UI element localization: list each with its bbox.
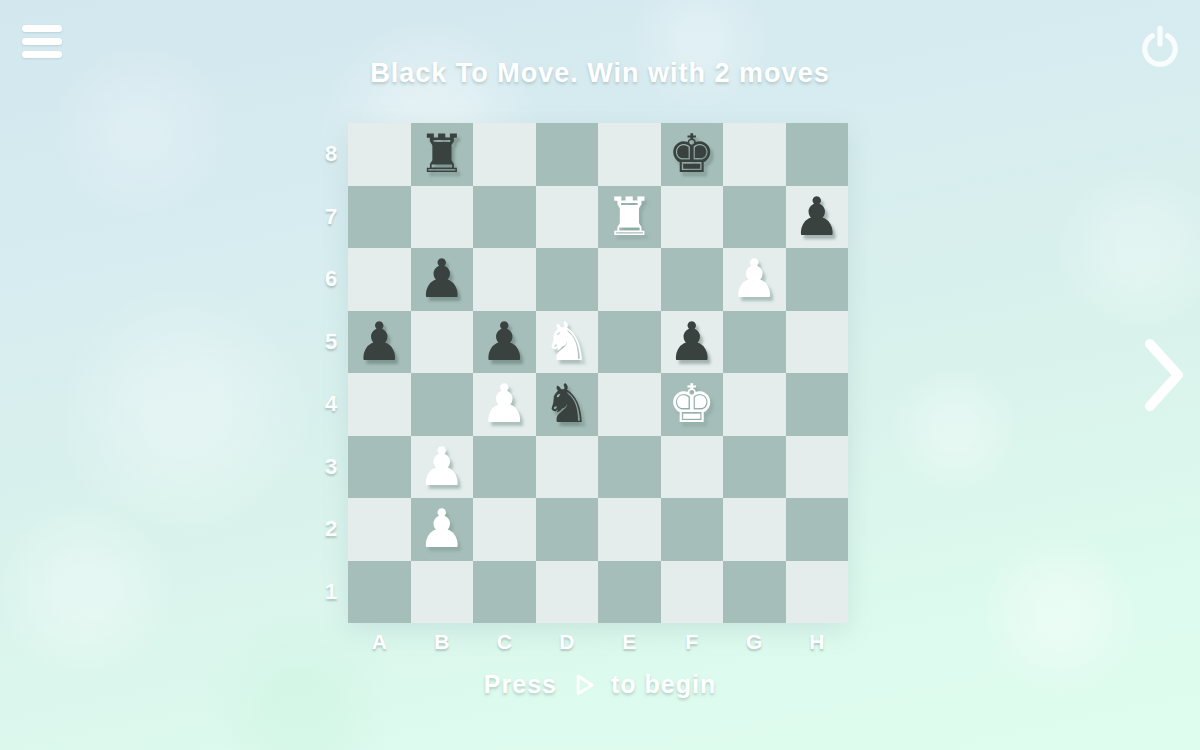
square-e3[interactable] <box>598 436 661 499</box>
square-d3[interactable] <box>536 436 599 499</box>
square-c8[interactable] <box>473 123 536 186</box>
play-triangle-icon[interactable] <box>570 671 598 699</box>
hamburger-icon <box>22 25 62 58</box>
file-label-c: C <box>473 630 536 654</box>
square-e5[interactable] <box>598 311 661 374</box>
rank-label-1: 1 <box>314 561 348 624</box>
white-pawn[interactable]: ♟ <box>418 498 466 561</box>
square-c1[interactable] <box>473 561 536 624</box>
square-c4[interactable]: ♟ <box>473 373 536 436</box>
black-pawn[interactable]: ♟ <box>793 186 841 249</box>
square-c5[interactable]: ♟ <box>473 311 536 374</box>
square-d6[interactable] <box>536 248 599 311</box>
square-b2[interactable]: ♟ <box>411 498 474 561</box>
square-b5[interactable] <box>411 311 474 374</box>
square-e4[interactable] <box>598 373 661 436</box>
square-h8[interactable] <box>786 123 849 186</box>
square-a8[interactable] <box>348 123 411 186</box>
square-h3[interactable] <box>786 436 849 499</box>
square-g1[interactable] <box>723 561 786 624</box>
black-pawn[interactable]: ♟ <box>418 248 466 311</box>
black-rook[interactable]: ♜ <box>418 123 466 186</box>
black-pawn[interactable]: ♟ <box>355 311 403 374</box>
square-b8[interactable]: ♜ <box>411 123 474 186</box>
square-g7[interactable] <box>723 186 786 249</box>
square-f5[interactable]: ♟ <box>661 311 724 374</box>
square-b7[interactable] <box>411 186 474 249</box>
white-king[interactable]: ♚ <box>668 373 716 436</box>
file-label-d: D <box>536 630 599 654</box>
rank-label-4: 4 <box>314 373 348 436</box>
square-h6[interactable] <box>786 248 849 311</box>
square-a2[interactable] <box>348 498 411 561</box>
square-d4[interactable]: ♞ <box>536 373 599 436</box>
square-f7[interactable] <box>661 186 724 249</box>
white-rook[interactable]: ♜ <box>605 186 653 249</box>
square-a5[interactable]: ♟ <box>348 311 411 374</box>
square-g4[interactable] <box>723 373 786 436</box>
square-d7[interactable] <box>536 186 599 249</box>
file-label-e: E <box>598 630 661 654</box>
square-g6[interactable]: ♟ <box>723 248 786 311</box>
square-e2[interactable] <box>598 498 661 561</box>
square-b1[interactable] <box>411 561 474 624</box>
square-b4[interactable] <box>411 373 474 436</box>
square-d8[interactable] <box>536 123 599 186</box>
square-d5[interactable]: ♞ <box>536 311 599 374</box>
chevron-right-icon <box>1140 336 1188 414</box>
square-c2[interactable] <box>473 498 536 561</box>
press-label: Press <box>484 670 557 699</box>
next-button[interactable] <box>1140 336 1188 414</box>
square-a7[interactable] <box>348 186 411 249</box>
square-g2[interactable] <box>723 498 786 561</box>
square-c7[interactable] <box>473 186 536 249</box>
square-c3[interactable] <box>473 436 536 499</box>
white-pawn[interactable]: ♟ <box>418 436 466 499</box>
rank-label-2: 2 <box>314 498 348 561</box>
rank-label-7: 7 <box>314 186 348 249</box>
white-knight[interactable]: ♞ <box>543 311 591 374</box>
white-pawn[interactable]: ♟ <box>730 248 778 311</box>
square-f1[interactable] <box>661 561 724 624</box>
square-f8[interactable]: ♚ <box>661 123 724 186</box>
square-f2[interactable] <box>661 498 724 561</box>
square-d2[interactable] <box>536 498 599 561</box>
file-labels: ABCDEFGH <box>348 623 848 661</box>
square-b3[interactable]: ♟ <box>411 436 474 499</box>
square-g5[interactable] <box>723 311 786 374</box>
square-e8[interactable] <box>598 123 661 186</box>
file-label-h: H <box>786 630 849 654</box>
square-h7[interactable]: ♟ <box>786 186 849 249</box>
square-h2[interactable] <box>786 498 849 561</box>
square-c6[interactable] <box>473 248 536 311</box>
square-b6[interactable]: ♟ <box>411 248 474 311</box>
square-a6[interactable] <box>348 248 411 311</box>
puzzle-instruction: Black To Move. Win with 2 moves <box>0 58 1200 89</box>
black-knight[interactable]: ♞ <box>543 373 591 436</box>
black-pawn[interactable]: ♟ <box>668 311 716 374</box>
square-a3[interactable] <box>348 436 411 499</box>
square-f3[interactable] <box>661 436 724 499</box>
square-e7[interactable]: ♜ <box>598 186 661 249</box>
white-pawn[interactable]: ♟ <box>480 373 528 436</box>
black-pawn[interactable]: ♟ <box>480 311 528 374</box>
file-label-g: G <box>723 630 786 654</box>
square-d1[interactable] <box>536 561 599 624</box>
square-h4[interactable] <box>786 373 849 436</box>
rank-label-6: 6 <box>314 248 348 311</box>
square-e1[interactable] <box>598 561 661 624</box>
rank-label-8: 8 <box>314 123 348 186</box>
square-f6[interactable] <box>661 248 724 311</box>
file-label-f: F <box>661 630 724 654</box>
square-g8[interactable] <box>723 123 786 186</box>
footer-hint: Press to begin <box>0 670 1200 699</box>
menu-button[interactable] <box>22 25 62 58</box>
chess-board[interactable]: ♜♚♜♟♟♟♟♟♞♟♟♞♚♟♟ <box>348 123 848 623</box>
rank-label-5: 5 <box>314 311 348 374</box>
rank-label-3: 3 <box>314 436 348 499</box>
square-h1[interactable] <box>786 561 849 624</box>
square-a4[interactable] <box>348 373 411 436</box>
file-label-a: A <box>348 630 411 654</box>
file-label-b: B <box>411 630 474 654</box>
square-f4[interactable]: ♚ <box>661 373 724 436</box>
begin-label: to begin <box>611 670 716 699</box>
rank-labels: 87654321 <box>314 123 348 623</box>
black-king[interactable]: ♚ <box>668 123 716 186</box>
square-h5[interactable] <box>786 311 849 374</box>
board-area: 87654321 ♜♚♜♟♟♟♟♟♞♟♟♞♚♟♟ ABCDEFGH <box>314 123 848 661</box>
square-a1[interactable] <box>348 561 411 624</box>
square-g3[interactable] <box>723 436 786 499</box>
square-e6[interactable] <box>598 248 661 311</box>
